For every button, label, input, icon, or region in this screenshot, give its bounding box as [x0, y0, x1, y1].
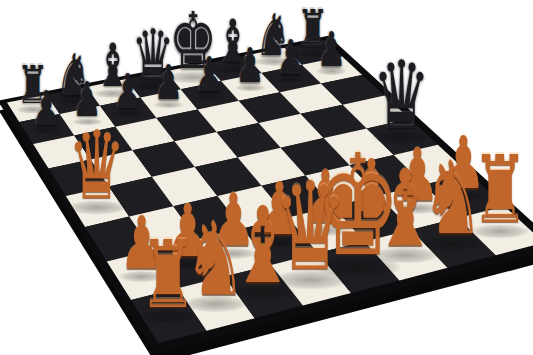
piece-white-rook-a1[interactable]: ♜	[139, 257, 196, 321]
piece-black-pawn-a7[interactable]: ♟	[32, 99, 62, 132]
black-pawn-icon: ♟	[276, 33, 306, 81]
piece-black-pawn-g7[interactable]: ♟	[276, 48, 306, 81]
black-pawn-icon: ♟	[113, 67, 143, 115]
black-pawn-icon: ♟	[154, 59, 184, 107]
white-rook-icon: ♜	[139, 229, 196, 322]
chess-set-photo: ♜♞♝♟♚♟♛♟♝♟♞♟♜♟♟♟♛♟♛♟♟♟♜♟♞♟♝♟♚♟♛♝♞♜	[0, 0, 533, 355]
piece-black-pawn-e7[interactable]: ♟	[195, 65, 225, 98]
white-queen-icon: ♛	[68, 118, 126, 212]
black-pawn-icon: ♟	[32, 84, 62, 132]
black-pawn-icon: ♟	[317, 25, 347, 73]
piece-black-pawn-h7[interactable]: ♟	[317, 40, 347, 73]
piece-black-pawn-f7[interactable]: ♟	[235, 57, 265, 90]
black-pawn-icon: ♟	[195, 50, 225, 98]
piece-black-pawn-d7[interactable]: ♟	[154, 74, 184, 107]
piece-white-queen-a4[interactable]: ♛	[68, 148, 126, 213]
black-pawn-icon: ♟	[235, 42, 265, 90]
